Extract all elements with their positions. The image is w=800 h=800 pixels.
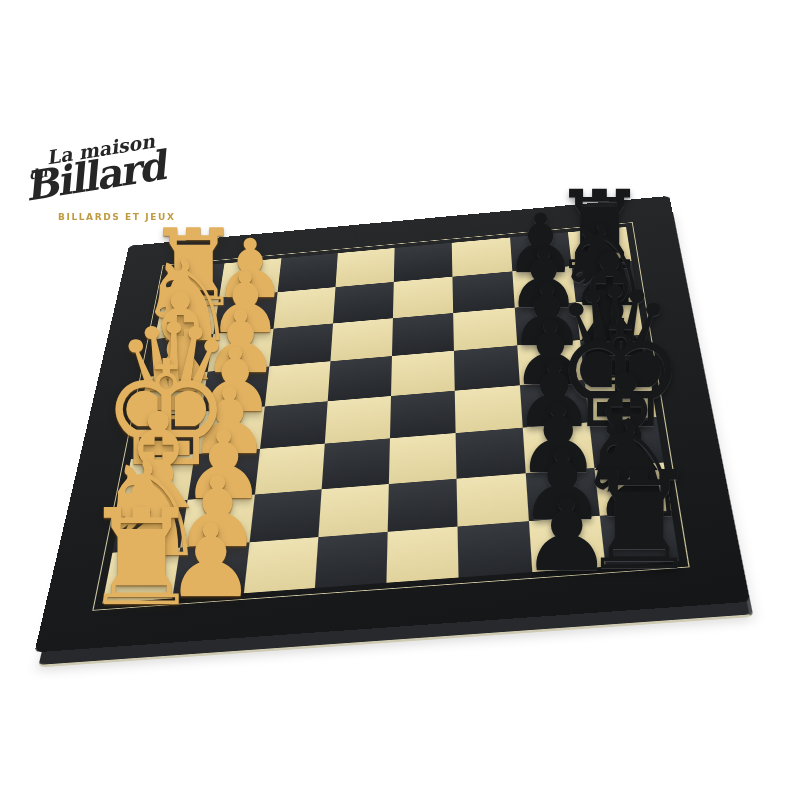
square-a8 <box>568 227 632 266</box>
square-c6 <box>453 307 516 350</box>
square-g3 <box>249 489 321 542</box>
square-g4 <box>318 484 389 537</box>
square-e5 <box>390 391 456 439</box>
chess-board <box>34 196 749 652</box>
square-g1 <box>112 499 188 552</box>
square-b2 <box>214 292 277 333</box>
square-a4 <box>335 248 394 287</box>
square-f3 <box>254 444 324 494</box>
square-f4 <box>321 439 390 489</box>
square-b6 <box>453 272 515 313</box>
square-c5 <box>392 313 454 356</box>
square-b4 <box>333 282 394 323</box>
square-f6 <box>456 428 525 478</box>
square-c2 <box>208 328 273 371</box>
square-b7 <box>512 266 576 307</box>
square-d8 <box>580 334 650 379</box>
product-photo: La maison du Billard BILLARDS ET JEUX ♜♞… <box>0 0 800 800</box>
square-d3 <box>264 361 330 406</box>
square-b1 <box>155 298 220 339</box>
square-g8 <box>594 462 671 515</box>
square-e6 <box>455 385 522 433</box>
square-e1 <box>131 412 202 460</box>
square-f1 <box>122 454 195 504</box>
square-b3 <box>273 287 335 328</box>
square-e4 <box>325 396 391 444</box>
square-f2 <box>188 449 260 499</box>
square-e8 <box>584 375 656 423</box>
square-a7 <box>510 232 572 271</box>
square-a5 <box>394 243 453 282</box>
logo-tagline: BILLARDS ET JEUX <box>58 212 175 222</box>
square-e3 <box>260 401 328 449</box>
square-h6 <box>458 521 532 578</box>
square-h7 <box>528 516 605 573</box>
square-a6 <box>452 238 512 277</box>
square-h1 <box>102 547 180 603</box>
square-d2 <box>202 366 269 411</box>
square-a3 <box>277 253 337 292</box>
square-c7 <box>514 302 580 345</box>
logo-text-billard: Billard <box>21 141 167 209</box>
square-d6 <box>454 345 519 390</box>
square-d5 <box>391 351 455 396</box>
square-g5 <box>388 478 458 531</box>
square-g6 <box>457 473 529 526</box>
square-f8 <box>589 417 663 468</box>
square-h3 <box>243 537 318 593</box>
square-c8 <box>576 297 644 340</box>
square-a1 <box>162 263 225 302</box>
square-a2 <box>219 258 281 297</box>
brand-logo: La maison du Billard BILLARDS ET JEUX <box>18 130 238 240</box>
square-e2 <box>195 407 264 455</box>
square-f7 <box>522 422 594 473</box>
square-c3 <box>269 323 333 366</box>
square-d7 <box>517 340 585 385</box>
board-squares <box>102 227 679 604</box>
square-f5 <box>389 433 457 483</box>
square-g2 <box>181 494 255 547</box>
square-c1 <box>147 334 213 377</box>
square-b8 <box>571 261 637 302</box>
square-d4 <box>327 356 392 401</box>
square-e7 <box>519 380 589 428</box>
square-d1 <box>139 372 208 417</box>
square-h2 <box>173 542 249 598</box>
square-g7 <box>525 468 599 521</box>
square-b5 <box>393 277 453 318</box>
square-c4 <box>330 318 393 361</box>
square-h5 <box>386 526 458 582</box>
square-h4 <box>315 532 388 588</box>
square-h8 <box>600 510 680 567</box>
